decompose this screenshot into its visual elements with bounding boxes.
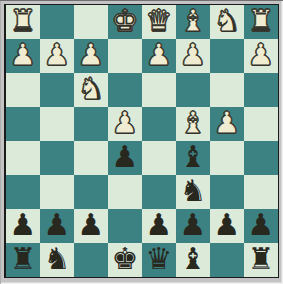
square-b8[interactable] — [210, 243, 244, 277]
square-c8[interactable]: ♝ — [176, 243, 210, 277]
square-g6[interactable] — [40, 175, 74, 209]
white-pawn[interactable]: ♟ — [180, 40, 207, 70]
square-h6[interactable] — [6, 175, 40, 209]
square-d8[interactable]: ♛ — [142, 243, 176, 277]
white-bishop[interactable]: ♝ — [180, 108, 207, 138]
black-pawn[interactable]: ♟ — [214, 210, 241, 240]
square-f3[interactable]: ♞ — [74, 73, 108, 107]
square-c4[interactable]: ♝ — [176, 107, 210, 141]
square-h3[interactable] — [6, 73, 40, 107]
black-bishop[interactable]: ♝ — [180, 142, 207, 172]
square-a7[interactable]: ♟ — [244, 209, 278, 243]
square-h5[interactable] — [6, 141, 40, 175]
black-queen[interactable]: ♛ — [146, 244, 173, 274]
square-e2[interactable] — [108, 39, 142, 73]
square-b1[interactable]: ♞ — [210, 5, 244, 39]
square-d7[interactable]: ♟ — [142, 209, 176, 243]
square-b4[interactable]: ♟ — [210, 107, 244, 141]
square-b5[interactable] — [210, 141, 244, 175]
square-a1[interactable]: ♜ — [244, 5, 278, 39]
square-c7[interactable]: ♟ — [176, 209, 210, 243]
square-e7[interactable] — [108, 209, 142, 243]
square-h4[interactable] — [6, 107, 40, 141]
square-f8[interactable] — [74, 243, 108, 277]
black-knight[interactable]: ♞ — [44, 244, 71, 274]
white-pawn[interactable]: ♟ — [214, 108, 241, 138]
chess-board: ♜♚♛♝♞♜♟♟♟♟♟♟♞♟♝♟♟♝♞♟♟♟♟♟♟♟♜♞♚♛♝♜ — [4, 4, 279, 278]
square-e5[interactable]: ♟ — [108, 141, 142, 175]
square-a8[interactable]: ♜ — [244, 243, 278, 277]
black-pawn[interactable]: ♟ — [44, 210, 71, 240]
square-e6[interactable] — [108, 175, 142, 209]
square-e4[interactable]: ♟ — [108, 107, 142, 141]
square-d4[interactable] — [142, 107, 176, 141]
square-d2[interactable]: ♟ — [142, 39, 176, 73]
white-knight[interactable]: ♞ — [78, 74, 105, 104]
white-pawn[interactable]: ♟ — [248, 40, 275, 70]
square-e8[interactable]: ♚ — [108, 243, 142, 277]
board-frame: ♜♚♛♝♞♜♟♟♟♟♟♟♞♟♝♟♟♝♞♟♟♟♟♟♟♟♜♞♚♛♝♜ — [0, 0, 283, 284]
square-c6[interactable]: ♞ — [176, 175, 210, 209]
square-h7[interactable]: ♟ — [6, 209, 40, 243]
black-pawn[interactable]: ♟ — [112, 142, 139, 172]
square-b7[interactable]: ♟ — [210, 209, 244, 243]
square-a6[interactable] — [244, 175, 278, 209]
square-g3[interactable] — [40, 73, 74, 107]
square-f5[interactable] — [74, 141, 108, 175]
square-f1[interactable] — [74, 5, 108, 39]
square-b2[interactable] — [210, 39, 244, 73]
white-queen[interactable]: ♛ — [146, 6, 173, 36]
square-g2[interactable]: ♟ — [40, 39, 74, 73]
white-pawn[interactable]: ♟ — [44, 40, 71, 70]
white-pawn[interactable]: ♟ — [78, 40, 105, 70]
square-b3[interactable] — [210, 73, 244, 107]
square-h2[interactable]: ♟ — [6, 39, 40, 73]
square-f6[interactable] — [74, 175, 108, 209]
square-e1[interactable]: ♚ — [108, 5, 142, 39]
square-b6[interactable] — [210, 175, 244, 209]
black-pawn[interactable]: ♟ — [146, 210, 173, 240]
white-rook[interactable]: ♜ — [10, 6, 37, 36]
square-a4[interactable] — [244, 107, 278, 141]
white-pawn[interactable]: ♟ — [146, 40, 173, 70]
black-pawn[interactable]: ♟ — [180, 210, 207, 240]
square-a2[interactable]: ♟ — [244, 39, 278, 73]
square-h1[interactable]: ♜ — [6, 5, 40, 39]
black-rook[interactable]: ♜ — [248, 244, 275, 274]
white-pawn[interactable]: ♟ — [10, 40, 37, 70]
black-rook[interactable]: ♜ — [10, 244, 37, 274]
square-c2[interactable]: ♟ — [176, 39, 210, 73]
square-c3[interactable] — [176, 73, 210, 107]
black-knight[interactable]: ♞ — [180, 176, 207, 206]
square-d6[interactable] — [142, 175, 176, 209]
square-d1[interactable]: ♛ — [142, 5, 176, 39]
black-pawn[interactable]: ♟ — [78, 210, 105, 240]
white-pawn[interactable]: ♟ — [112, 108, 139, 138]
black-bishop[interactable]: ♝ — [180, 244, 207, 274]
square-g8[interactable]: ♞ — [40, 243, 74, 277]
square-g1[interactable] — [40, 5, 74, 39]
square-a5[interactable] — [244, 141, 278, 175]
white-knight[interactable]: ♞ — [214, 6, 241, 36]
square-f2[interactable]: ♟ — [74, 39, 108, 73]
white-king[interactable]: ♚ — [112, 6, 139, 36]
square-g5[interactable] — [40, 141, 74, 175]
square-f4[interactable] — [74, 107, 108, 141]
square-f7[interactable]: ♟ — [74, 209, 108, 243]
square-g7[interactable]: ♟ — [40, 209, 74, 243]
square-a3[interactable] — [244, 73, 278, 107]
black-king[interactable]: ♚ — [112, 244, 139, 274]
square-c5[interactable]: ♝ — [176, 141, 210, 175]
square-g4[interactable] — [40, 107, 74, 141]
black-pawn[interactable]: ♟ — [248, 210, 275, 240]
white-bishop[interactable]: ♝ — [180, 6, 207, 36]
white-rook[interactable]: ♜ — [248, 6, 275, 36]
square-d3[interactable] — [142, 73, 176, 107]
square-e3[interactable] — [108, 73, 142, 107]
square-h8[interactable]: ♜ — [6, 243, 40, 277]
square-c1[interactable]: ♝ — [176, 5, 210, 39]
black-pawn[interactable]: ♟ — [10, 210, 37, 240]
square-d5[interactable] — [142, 141, 176, 175]
